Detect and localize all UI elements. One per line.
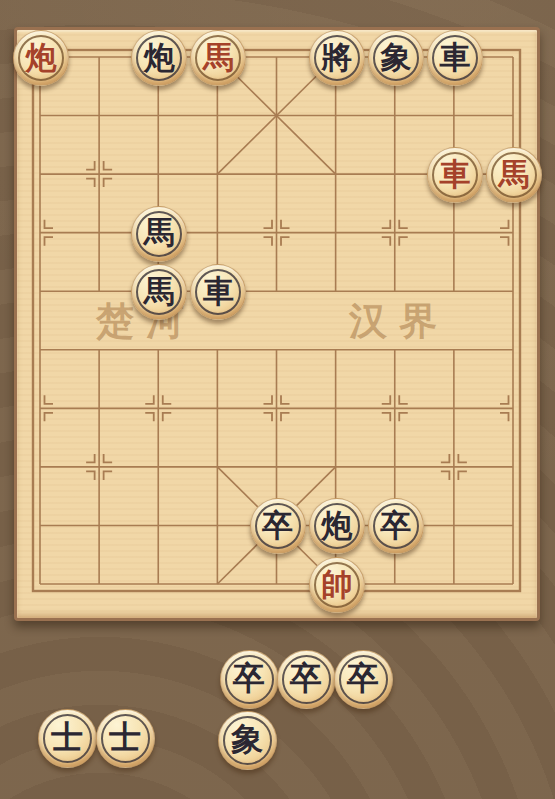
piece-glyph: 車 bbox=[439, 159, 470, 190]
piece-glyph: 馬 bbox=[499, 159, 530, 190]
piece-glyph: 士 bbox=[109, 721, 141, 753]
piece-black-elephant[interactable]: 象 bbox=[368, 30, 424, 86]
piece-red-chariot[interactable]: 車 bbox=[427, 147, 483, 203]
piece-black-advisor: 士 bbox=[38, 709, 97, 768]
piece-red-general[interactable]: 帥 bbox=[309, 557, 365, 613]
piece-glyph: 象 bbox=[231, 723, 263, 755]
piece-glyph: 象 bbox=[380, 42, 411, 73]
piece-black-chariot[interactable]: 車 bbox=[427, 30, 483, 86]
piece-black-advisor: 士 bbox=[96, 709, 155, 768]
piece-black-horse[interactable]: 馬 bbox=[131, 206, 187, 262]
piece-red-horse[interactable]: 馬 bbox=[190, 30, 246, 86]
piece-glyph: 卒 bbox=[380, 510, 411, 541]
piece-glyph: 炮 bbox=[144, 42, 175, 73]
piece-black-cannon[interactable]: 炮 bbox=[309, 498, 365, 554]
piece-glyph: 將 bbox=[321, 42, 352, 73]
piece-black-soldier[interactable]: 卒 bbox=[368, 498, 424, 554]
piece-black-soldier: 卒 bbox=[220, 650, 279, 709]
piece-black-cannon[interactable]: 炮 bbox=[131, 30, 187, 86]
piece-red-cannon[interactable]: 炮 bbox=[13, 30, 69, 86]
piece-glyph: 車 bbox=[439, 42, 470, 73]
river-label-han-jie: 汉界 bbox=[349, 300, 449, 342]
piece-glyph: 卒 bbox=[233, 662, 265, 694]
piece-glyph: 馬 bbox=[144, 276, 175, 307]
piece-black-soldier: 卒 bbox=[334, 650, 393, 709]
piece-glyph: 馬 bbox=[203, 42, 234, 73]
piece-glyph: 車 bbox=[203, 276, 234, 307]
piece-glyph: 卒 bbox=[347, 662, 379, 694]
piece-glyph: 士 bbox=[51, 721, 83, 753]
piece-glyph: 炮 bbox=[321, 510, 352, 541]
xiangqi-game-screen: 楚河 汉界 炮炮馬將象車車馬馬馬車卒炮卒帥 卒卒卒士士象 bbox=[0, 0, 555, 799]
piece-glyph: 帥 bbox=[321, 569, 352, 600]
piece-black-soldier: 卒 bbox=[277, 650, 336, 709]
piece-black-elephant: 象 bbox=[218, 711, 277, 770]
piece-black-soldier[interactable]: 卒 bbox=[250, 498, 306, 554]
piece-glyph: 卒 bbox=[262, 510, 293, 541]
piece-glyph: 卒 bbox=[290, 662, 322, 694]
piece-red-horse[interactable]: 馬 bbox=[486, 147, 542, 203]
piece-black-general[interactable]: 將 bbox=[309, 30, 365, 86]
piece-glyph: 馬 bbox=[144, 217, 175, 248]
piece-glyph: 炮 bbox=[26, 42, 57, 73]
